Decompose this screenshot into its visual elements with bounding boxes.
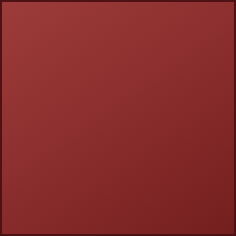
board-frame <box>0 0 236 236</box>
chess-board <box>6 6 230 230</box>
